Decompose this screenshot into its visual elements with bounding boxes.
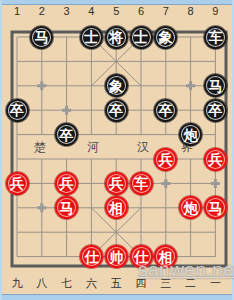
piece-black-车-f9r1[interactable]: 车 [204, 26, 227, 49]
pieces-layer: 马士将士象车象马卒卒卒卒卒炮兵兵兵兵兵车马相炮马仕帅仕相 [0, 0, 234, 300]
piece-red-仕-f4r10[interactable]: 仕 [80, 245, 103, 268]
piece-black-将-f5r1[interactable]: 将 [105, 26, 128, 49]
piece-red-帅-f5r10[interactable]: 帅 [105, 245, 128, 268]
piece-red-兵-f3r7[interactable]: 兵 [55, 172, 78, 195]
piece-red-马-f3r8[interactable]: 马 [55, 196, 78, 219]
piece-black-卒-f7r4[interactable]: 卒 [154, 99, 177, 122]
piece-black-炮-f8r5[interactable]: 炮 [179, 123, 202, 146]
piece-black-士-f6r1[interactable]: 士 [130, 26, 153, 49]
piece-black-卒-f9r4[interactable]: 卒 [204, 99, 227, 122]
piece-black-卒-f1r4[interactable]: 卒 [6, 99, 29, 122]
watermark: sanwen.net [138, 259, 234, 281]
piece-black-马-f2r1[interactable]: 马 [30, 26, 53, 49]
piece-red-兵-f9r6[interactable]: 兵 [204, 148, 227, 171]
piece-black-象-f7r1[interactable]: 象 [154, 26, 177, 49]
piece-red-相-f5r8[interactable]: 相 [105, 196, 128, 219]
xiangqi-diagram: 123456789九八七六五四三二一楚河汉界 马士将士象车象马卒卒卒卒卒炮兵兵兵… [0, 0, 234, 300]
piece-black-卒-f5r4[interactable]: 卒 [105, 99, 128, 122]
piece-red-兵-f7r6[interactable]: 兵 [154, 148, 177, 171]
piece-red-炮-f8r8[interactable]: 炮 [179, 196, 202, 219]
piece-red-马-f9r8[interactable]: 马 [204, 196, 227, 219]
piece-black-马-f9r3[interactable]: 马 [204, 74, 227, 97]
piece-black-士-f4r1[interactable]: 士 [80, 26, 103, 49]
piece-red-车-f6r7[interactable]: 车 [130, 172, 153, 195]
piece-red-兵-f5r7[interactable]: 兵 [105, 172, 128, 195]
piece-black-象-f5r3[interactable]: 象 [105, 74, 128, 97]
piece-black-卒-f3r5[interactable]: 卒 [55, 123, 78, 146]
piece-red-兵-f1r7[interactable]: 兵 [6, 172, 29, 195]
